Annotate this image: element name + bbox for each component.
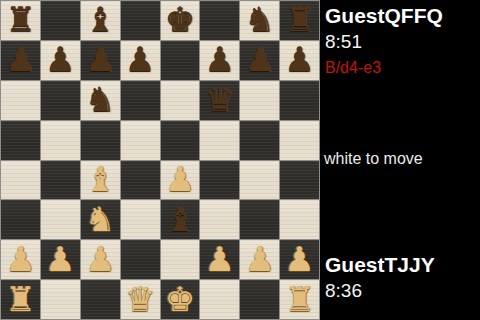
white-pawn: ♟ — [5, 242, 35, 276]
black-pawn: ♟ — [45, 42, 75, 76]
square-h2[interactable]: ♟ — [280, 240, 319, 279]
black-king: ♚ — [165, 2, 195, 36]
square-d7[interactable]: ♟ — [121, 41, 160, 80]
square-b5[interactable] — [41, 121, 80, 160]
square-g8[interactable]: ♞ — [240, 1, 279, 40]
square-g2[interactable]: ♟ — [240, 240, 279, 279]
square-f5[interactable] — [200, 121, 239, 160]
square-b7[interactable]: ♟ — [41, 41, 80, 80]
square-a8[interactable]: ♜ — [1, 1, 40, 40]
square-e8[interactable]: ♚ — [161, 1, 200, 40]
square-d3[interactable] — [121, 200, 160, 239]
black-pawn: ♟ — [284, 42, 314, 76]
square-g7[interactable]: ♟ — [240, 41, 279, 80]
square-h7[interactable]: ♟ — [280, 41, 319, 80]
square-b3[interactable] — [41, 200, 80, 239]
square-g6[interactable] — [240, 81, 279, 120]
white-rook: ♜ — [5, 282, 35, 316]
square-f8[interactable] — [200, 1, 239, 40]
square-e7[interactable] — [161, 41, 200, 80]
white-pawn: ♟ — [284, 242, 314, 276]
square-h6[interactable] — [280, 81, 319, 120]
square-c1[interactable] — [81, 280, 120, 319]
square-a6[interactable] — [1, 81, 40, 120]
square-b6[interactable] — [41, 81, 80, 120]
square-h8[interactable]: ♜ — [280, 1, 319, 40]
square-f2[interactable]: ♟ — [200, 240, 239, 279]
square-g1[interactable] — [240, 280, 279, 319]
square-c6[interactable]: ♞ — [81, 81, 120, 120]
square-e5[interactable] — [161, 121, 200, 160]
white-king: ♚ — [165, 282, 195, 316]
square-b2[interactable]: ♟ — [41, 240, 80, 279]
square-e4[interactable]: ♟ — [161, 161, 200, 200]
black-knight: ♞ — [85, 82, 115, 116]
player-bottom-name: GuestTJJY — [325, 252, 435, 278]
square-a2[interactable]: ♟ — [1, 240, 40, 279]
square-a4[interactable] — [1, 161, 40, 200]
white-pawn: ♟ — [165, 162, 195, 196]
black-rook: ♜ — [5, 2, 35, 36]
square-b1[interactable] — [41, 280, 80, 319]
white-rook: ♜ — [284, 282, 314, 316]
square-c8[interactable]: ♝ — [81, 1, 120, 40]
square-e2[interactable] — [161, 240, 200, 279]
square-g3[interactable] — [240, 200, 279, 239]
black-rook: ♜ — [284, 2, 314, 36]
player-top-name: GuestQFFQ — [325, 3, 443, 29]
square-d2[interactable] — [121, 240, 160, 279]
square-b8[interactable] — [41, 1, 80, 40]
square-d6[interactable] — [121, 81, 160, 120]
square-c7[interactable]: ♟ — [81, 41, 120, 80]
black-bishop: ♝ — [165, 202, 195, 236]
white-knight: ♞ — [85, 202, 115, 236]
square-c5[interactable] — [81, 121, 120, 160]
square-h1[interactable]: ♜ — [280, 280, 319, 319]
square-a3[interactable] — [1, 200, 40, 239]
square-c2[interactable]: ♟ — [81, 240, 120, 279]
black-pawn: ♟ — [205, 42, 235, 76]
square-c3[interactable]: ♞ — [81, 200, 120, 239]
square-h4[interactable] — [280, 161, 319, 200]
white-pawn: ♟ — [45, 242, 75, 276]
square-d4[interactable] — [121, 161, 160, 200]
square-f3[interactable] — [200, 200, 239, 239]
square-a1[interactable]: ♜ — [1, 280, 40, 319]
square-f7[interactable]: ♟ — [200, 41, 239, 80]
square-e3[interactable]: ♝ — [161, 200, 200, 239]
turn-status-text: white to move — [324, 149, 423, 169]
square-h3[interactable] — [280, 200, 319, 239]
white-pawn: ♟ — [85, 242, 115, 276]
square-c4[interactable]: ♝ — [81, 161, 120, 200]
square-f4[interactable] — [200, 161, 239, 200]
white-bishop: ♝ — [85, 162, 115, 196]
square-b4[interactable] — [41, 161, 80, 200]
square-a5[interactable] — [1, 121, 40, 160]
black-bishop: ♝ — [85, 2, 115, 36]
square-e6[interactable] — [161, 81, 200, 120]
player-bottom-block: GuestTJJY 8:36 — [325, 252, 435, 303]
square-e1[interactable]: ♚ — [161, 280, 200, 319]
player-top-block: GuestQFFQ 8:51 B/d4-e3 — [325, 3, 443, 78]
last-move-text: B/d4-e3 — [325, 57, 443, 78]
square-d1[interactable]: ♛ — [121, 280, 160, 319]
black-pawn: ♟ — [5, 42, 35, 76]
square-d5[interactable] — [121, 121, 160, 160]
player-top-clock: 8:51 — [325, 29, 443, 54]
player-bottom-clock: 8:36 — [325, 278, 435, 303]
black-knight: ♞ — [244, 2, 274, 36]
board-area: ♜♝♚♞♜♟♟♟♟♟♟♟♞♛♝♟♞♝♟♟♟♟♟♟♜♛♚♜ — [0, 0, 320, 320]
white-queen: ♛ — [125, 282, 155, 316]
black-pawn: ♟ — [244, 42, 274, 76]
black-pawn: ♟ — [85, 42, 115, 76]
turn-status-block: white to move — [324, 149, 423, 169]
white-pawn: ♟ — [244, 242, 274, 276]
square-f1[interactable] — [200, 280, 239, 319]
square-f6[interactable]: ♛ — [200, 81, 239, 120]
game-info-panel: GuestQFFQ 8:51 B/d4-e3 white to move Gue… — [320, 0, 480, 320]
square-a7[interactable]: ♟ — [1, 41, 40, 80]
black-queen: ♛ — [205, 82, 235, 116]
white-pawn: ♟ — [205, 242, 235, 276]
chess-board: ♜♝♚♞♜♟♟♟♟♟♟♟♞♛♝♟♞♝♟♟♟♟♟♟♜♛♚♜ — [0, 0, 320, 320]
black-pawn: ♟ — [125, 42, 155, 76]
square-g4[interactable] — [240, 161, 279, 200]
square-d8[interactable] — [121, 1, 160, 40]
square-g5[interactable] — [240, 121, 279, 160]
square-h5[interactable] — [280, 121, 319, 160]
